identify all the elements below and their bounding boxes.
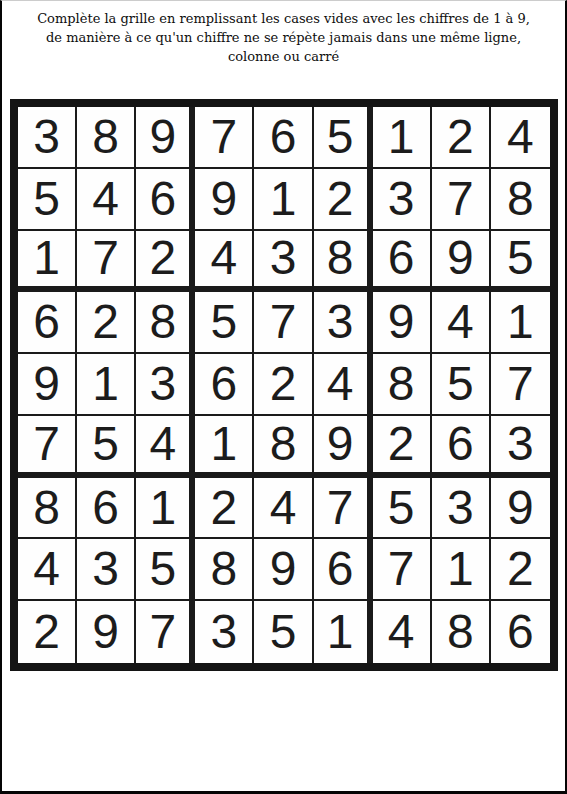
sudoku-cell-r2c1[interactable]: 5 — [18, 169, 77, 231]
sudoku-cell-r3c4[interactable]: 4 — [195, 231, 254, 293]
sudoku-cell-r6c7[interactable]: 2 — [373, 416, 432, 478]
sudoku-cell-r5c2[interactable]: 1 — [77, 354, 136, 416]
sudoku-cell-r7c2[interactable]: 6 — [77, 478, 136, 540]
sudoku-cell-r1c7[interactable]: 1 — [373, 107, 432, 169]
sudoku-cell-r7c7[interactable]: 5 — [373, 478, 432, 540]
sudoku-cell-r4c4[interactable]: 5 — [195, 292, 254, 354]
sudoku-cell-r7c5[interactable]: 4 — [254, 478, 313, 540]
sudoku-cell-r4c9[interactable]: 1 — [491, 292, 550, 354]
sudoku-cell-r8c6[interactable]: 6 — [314, 539, 373, 601]
instructions-line-1: Complète la grille en remplissant les ca… — [2, 9, 565, 28]
sudoku-cell-r6c3[interactable]: 4 — [136, 416, 195, 478]
sudoku-cell-r9c4[interactable]: 3 — [195, 601, 254, 663]
sudoku-cell-r5c9[interactable]: 7 — [491, 354, 550, 416]
sudoku-cell-r8c8[interactable]: 1 — [432, 539, 491, 601]
sudoku-cell-r1c1[interactable]: 3 — [18, 107, 77, 169]
sudoku-cell-r7c8[interactable]: 3 — [432, 478, 491, 540]
sudoku-cell-r9c1[interactable]: 2 — [18, 601, 77, 663]
sudoku-cell-r9c5[interactable]: 5 — [254, 601, 313, 663]
sudoku-cell-r9c2[interactable]: 9 — [77, 601, 136, 663]
sudoku-cell-r3c5[interactable]: 3 — [254, 231, 313, 293]
sudoku-cell-r6c1[interactable]: 7 — [18, 416, 77, 478]
sudoku-cell-r1c6[interactable]: 5 — [314, 107, 373, 169]
sudoku-cell-r9c7[interactable]: 4 — [373, 601, 432, 663]
sudoku-cell-r3c3[interactable]: 2 — [136, 231, 195, 293]
sudoku-cell-r5c1[interactable]: 9 — [18, 354, 77, 416]
sudoku-cell-r3c9[interactable]: 5 — [491, 231, 550, 293]
sudoku-cell-r3c6[interactable]: 8 — [314, 231, 373, 293]
sudoku-cell-r8c7[interactable]: 7 — [373, 539, 432, 601]
sudoku-cell-r7c1[interactable]: 8 — [18, 478, 77, 540]
sudoku-cell-r4c5[interactable]: 7 — [254, 292, 313, 354]
sudoku-cell-r8c5[interactable]: 9 — [254, 539, 313, 601]
sudoku-cell-r8c1[interactable]: 4 — [18, 539, 77, 601]
sudoku-cell-r2c9[interactable]: 8 — [491, 169, 550, 231]
sudoku-cell-r6c5[interactable]: 8 — [254, 416, 313, 478]
sudoku-cell-r4c1[interactable]: 6 — [18, 292, 77, 354]
sudoku-cell-r1c5[interactable]: 6 — [254, 107, 313, 169]
sudoku-cell-r2c4[interactable]: 9 — [195, 169, 254, 231]
sudoku-cell-r2c2[interactable]: 4 — [77, 169, 136, 231]
sudoku-cell-r2c7[interactable]: 3 — [373, 169, 432, 231]
sudoku-cell-r3c2[interactable]: 7 — [77, 231, 136, 293]
sudoku-cell-r2c5[interactable]: 1 — [254, 169, 313, 231]
sudoku-cell-r4c2[interactable]: 2 — [77, 292, 136, 354]
sudoku-cell-r5c3[interactable]: 3 — [136, 354, 195, 416]
sudoku-cell-r4c7[interactable]: 9 — [373, 292, 432, 354]
sudoku-cell-r5c5[interactable]: 2 — [254, 354, 313, 416]
sudoku-cell-r5c7[interactable]: 8 — [373, 354, 432, 416]
instructions-line-2: de manière à ce qu'un chiffre ne se répè… — [2, 28, 565, 47]
puzzle-page: Complète la grille en remplissant les ca… — [0, 0, 567, 794]
sudoku-cell-r2c8[interactable]: 7 — [432, 169, 491, 231]
sudoku-cell-r1c3[interactable]: 9 — [136, 107, 195, 169]
sudoku-cell-r1c4[interactable]: 7 — [195, 107, 254, 169]
sudoku-cell-r8c4[interactable]: 8 — [195, 539, 254, 601]
sudoku-cell-r5c6[interactable]: 4 — [314, 354, 373, 416]
sudoku-cell-r1c2[interactable]: 8 — [77, 107, 136, 169]
sudoku-cell-r1c9[interactable]: 4 — [491, 107, 550, 169]
instructions-line-3: colonne ou carré — [2, 47, 565, 66]
sudoku-cell-r7c9[interactable]: 9 — [491, 478, 550, 540]
sudoku-cell-r9c3[interactable]: 7 — [136, 601, 195, 663]
sudoku-cell-r2c3[interactable]: 6 — [136, 169, 195, 231]
sudoku-cell-r6c2[interactable]: 5 — [77, 416, 136, 478]
sudoku-cell-r3c1[interactable]: 1 — [18, 231, 77, 293]
sudoku-cell-r4c8[interactable]: 4 — [432, 292, 491, 354]
sudoku-cell-r6c4[interactable]: 1 — [195, 416, 254, 478]
sudoku-cell-r8c9[interactable]: 2 — [491, 539, 550, 601]
sudoku-cell-r9c9[interactable]: 6 — [491, 601, 550, 663]
sudoku-cell-r9c6[interactable]: 1 — [314, 601, 373, 663]
sudoku-cell-r2c6[interactable]: 2 — [314, 169, 373, 231]
instructions: Complète la grille en remplissant les ca… — [2, 1, 565, 66]
sudoku-cell-r1c8[interactable]: 2 — [432, 107, 491, 169]
sudoku-cell-r4c6[interactable]: 3 — [314, 292, 373, 354]
sudoku-cell-r6c6[interactable]: 9 — [314, 416, 373, 478]
sudoku-cell-r3c8[interactable]: 9 — [432, 231, 491, 293]
sudoku-cell-r7c6[interactable]: 7 — [314, 478, 373, 540]
sudoku-cell-r6c9[interactable]: 3 — [491, 416, 550, 478]
sudoku-cell-r7c3[interactable]: 1 — [136, 478, 195, 540]
sudoku-cell-r3c7[interactable]: 6 — [373, 231, 432, 293]
sudoku-cell-r8c2[interactable]: 3 — [77, 539, 136, 601]
sudoku-cell-r9c8[interactable]: 8 — [432, 601, 491, 663]
sudoku-cell-r6c8[interactable]: 6 — [432, 416, 491, 478]
sudoku-cell-r8c3[interactable]: 5 — [136, 539, 195, 601]
sudoku-cell-r5c8[interactable]: 5 — [432, 354, 491, 416]
sudoku-cell-r7c4[interactable]: 2 — [195, 478, 254, 540]
sudoku-grid: 3897651245469123781724386956285739419136… — [10, 99, 558, 671]
sudoku-cell-r5c4[interactable]: 6 — [195, 354, 254, 416]
sudoku-cell-r4c3[interactable]: 8 — [136, 292, 195, 354]
